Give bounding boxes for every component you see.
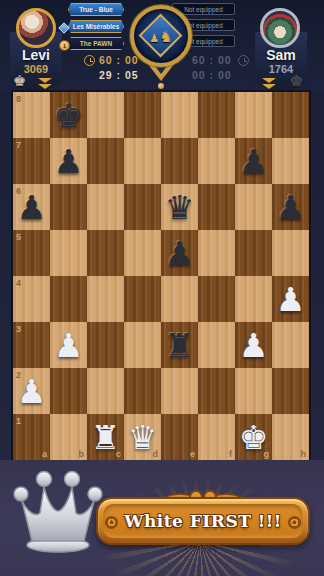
chess-app-screen: Levi 3069 Sam 1764 ♚ ♚ True - Blue Les M… [0, 0, 324, 576]
square-a4[interactable]: 4 [13, 276, 50, 322]
white-title-badge-2[interactable]: Les Misérables [68, 20, 124, 33]
square-c6[interactable] [87, 184, 124, 230]
square-a5[interactable]: 5 [13, 230, 50, 276]
white-queen-crown-icon [8, 465, 108, 555]
black-collapse-chevron-icon[interactable] [262, 78, 276, 90]
piece-black-pawn[interactable]: ♟ [161, 230, 198, 276]
file-label: a [42, 449, 47, 459]
square-f2[interactable] [198, 368, 235, 414]
white-collapse-chevron-icon[interactable] [38, 78, 52, 90]
turn-banner-plaque: White FIRST !!! [96, 497, 310, 545]
white-player-avatar[interactable] [16, 8, 56, 48]
square-a8[interactable]: 8 [13, 92, 50, 138]
square-d5[interactable] [124, 230, 161, 276]
square-h3[interactable] [272, 322, 309, 368]
square-b2[interactable] [50, 368, 87, 414]
square-b4[interactable] [50, 276, 87, 322]
black-player-avatar[interactable] [260, 8, 300, 48]
square-c7[interactable] [87, 138, 124, 184]
square-g4[interactable] [235, 276, 272, 322]
square-g2[interactable] [235, 368, 272, 414]
piece-black-pawn[interactable]: ♟ [272, 184, 309, 230]
turn-banner: White FIRST !!! [96, 484, 310, 550]
square-f7[interactable] [198, 138, 235, 184]
square-e5[interactable]: ♟ [161, 230, 198, 276]
square-h6[interactable]: ♟ [272, 184, 309, 230]
gem-icon [58, 22, 69, 33]
square-a2[interactable]: 2♟ [13, 368, 50, 414]
square-h2[interactable] [272, 368, 309, 414]
rank-label: 3 [16, 324, 21, 334]
rank-label: 5 [16, 232, 21, 242]
black-clock-icon [238, 55, 249, 66]
square-d7[interactable] [124, 138, 161, 184]
square-a6[interactable]: 6♟ [13, 184, 50, 230]
piece-white-pawn[interactable]: ♟ [235, 322, 272, 368]
piece-white-pawn[interactable]: ♟ [272, 276, 309, 322]
piece-black-king[interactable]: ♚ [50, 92, 87, 138]
rank-label: 7 [16, 140, 21, 150]
square-g6[interactable] [235, 184, 272, 230]
square-c3[interactable] [87, 322, 124, 368]
piece-black-queen[interactable]: ♛ [161, 184, 198, 230]
square-b8[interactable]: ♚ [50, 92, 87, 138]
white-title-badge-3[interactable]: The PAWN [68, 37, 124, 50]
rank-label: 4 [16, 278, 21, 288]
piece-white-pawn[interactable]: ♟ [13, 368, 50, 414]
black-side-piece-icon: ♚ [290, 74, 303, 89]
square-f5[interactable] [198, 230, 235, 276]
square-d3[interactable] [124, 322, 161, 368]
black-clock-main: 60 : 00 [192, 54, 232, 66]
square-d4[interactable] [124, 276, 161, 322]
rank-label: 8 [16, 94, 21, 104]
white-clock-icon [84, 55, 95, 66]
black-clock-secondary: 00 : 00 [192, 69, 232, 81]
square-f6[interactable] [198, 184, 235, 230]
square-f8[interactable] [198, 92, 235, 138]
square-e2[interactable] [161, 368, 198, 414]
square-c5[interactable] [87, 230, 124, 276]
square-e7[interactable] [161, 138, 198, 184]
banner-scroll-curl-left [105, 516, 118, 529]
match-header: Levi 3069 Sam 1764 ♚ ♚ True - Blue Les M… [0, 0, 324, 92]
square-b3[interactable]: ♟ [50, 322, 87, 368]
square-f4[interactable] [198, 276, 235, 322]
square-g7[interactable]: ♟ [235, 138, 272, 184]
square-b7[interactable]: ♟ [50, 138, 87, 184]
square-g8[interactable] [235, 92, 272, 138]
square-h8[interactable] [272, 92, 309, 138]
square-c4[interactable] [87, 276, 124, 322]
piece-black-pawn[interactable]: ♟ [50, 138, 87, 184]
game-mode-emblem: ♟♞ [130, 5, 192, 90]
square-b5[interactable] [50, 230, 87, 276]
square-g3[interactable]: ♟ [235, 322, 272, 368]
square-d6[interactable] [124, 184, 161, 230]
pawn-knight-icon: ♟♞ [130, 27, 192, 46]
square-a1[interactable]: 1a [13, 414, 50, 460]
square-g5[interactable] [235, 230, 272, 276]
square-e8[interactable] [161, 92, 198, 138]
white-player-name: Levi [6, 47, 66, 63]
piece-black-pawn[interactable]: ♟ [235, 138, 272, 184]
piece-black-rook[interactable]: ♜ [161, 322, 198, 368]
white-side-piece-icon: ♚ [13, 74, 26, 89]
white-title-badge-1[interactable]: True - Blue [68, 3, 124, 16]
square-e4[interactable] [161, 276, 198, 322]
banner-scroll-curl-right [288, 516, 301, 529]
square-h5[interactable] [272, 230, 309, 276]
turn-banner-text: White FIRST !!! [124, 511, 281, 531]
square-h7[interactable] [272, 138, 309, 184]
square-d8[interactable] [124, 92, 161, 138]
level-badge: 1 [59, 40, 70, 51]
square-b6[interactable] [50, 184, 87, 230]
announcement-area: White FIRST !!! [0, 460, 324, 576]
black-player-name: Sam [251, 47, 311, 63]
square-a7[interactable]: 7 [13, 138, 50, 184]
square-f3[interactable] [198, 322, 235, 368]
rank-label: 1 [16, 416, 21, 426]
square-h4[interactable]: ♟ [272, 276, 309, 322]
square-e3[interactable]: ♜ [161, 322, 198, 368]
square-c2[interactable] [87, 368, 124, 414]
square-d2[interactable] [124, 368, 161, 414]
square-c8[interactable] [87, 92, 124, 138]
square-e6[interactable]: ♛ [161, 184, 198, 230]
piece-white-pawn[interactable]: ♟ [50, 322, 87, 368]
chess-board[interactable]: 8♚7♟♟6♟♛♟5♟4♟3♟♜♟2♟1abc♜d♛efg♚h [13, 92, 309, 460]
piece-black-pawn[interactable]: ♟ [13, 184, 50, 230]
square-a3[interactable]: 3 [13, 322, 50, 368]
